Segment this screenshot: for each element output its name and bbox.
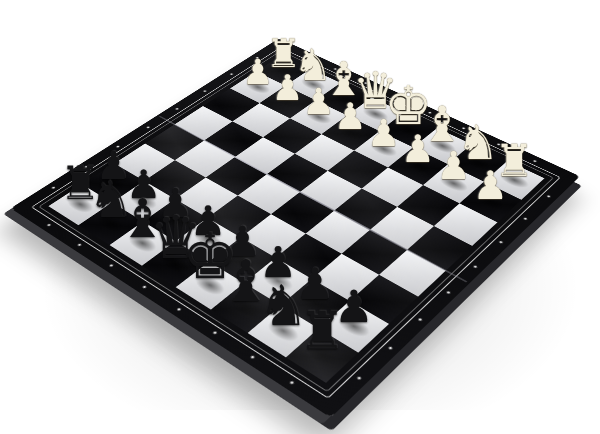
- piece-white-pawn[interactable]: ♟: [242, 55, 273, 90]
- frame-dot-icon: [203, 90, 207, 92]
- frame-dot-icon: [289, 381, 294, 385]
- frame-dot-icon: [77, 243, 82, 246]
- piece-white-pawn[interactable]: ♟: [436, 148, 471, 187]
- frame-dot-icon: [473, 265, 478, 268]
- frame-dot-icon: [418, 318, 423, 321]
- piece-white-pawn[interactable]: ♟: [367, 115, 400, 152]
- frame-dot-icon: [388, 346, 393, 350]
- frame-dot-icon: [177, 308, 182, 311]
- frame-dot-icon: [523, 217, 527, 220]
- frame-dot-icon: [230, 73, 234, 75]
- frame-dot-icon: [213, 331, 218, 335]
- frame-dot-icon: [446, 291, 451, 294]
- piece-white-pawn[interactable]: ♟: [473, 165, 508, 204]
- piece-white-pawn[interactable]: ♟: [272, 69, 304, 104]
- frame-dot-icon: [357, 376, 362, 380]
- frame-dot-icon: [547, 195, 551, 198]
- frame-dot-icon: [109, 264, 114, 267]
- frame-dot-icon: [51, 186, 55, 189]
- frame-dot-icon: [142, 285, 147, 288]
- frame-dot-icon: [175, 108, 179, 110]
- piece-white-pawn[interactable]: ♟: [302, 84, 334, 120]
- piece-black-rook[interactable]: ♜: [299, 305, 346, 358]
- frame-dot-icon: [499, 241, 503, 244]
- piece-white-pawn[interactable]: ♟: [334, 99, 367, 136]
- piece-white-pawn[interactable]: ♟: [401, 131, 435, 169]
- frame-dot-icon: [47, 224, 51, 227]
- product-photo-scene: ♜♞♟♝♟♛♟♚♟♝♟♞♟♜♟♟♟♟♜♟♞♟♝♟♛♟♚♟♝♟♞♜: [0, 0, 600, 434]
- frame-dot-icon: [146, 126, 150, 128]
- frame-dot-icon: [250, 355, 255, 359]
